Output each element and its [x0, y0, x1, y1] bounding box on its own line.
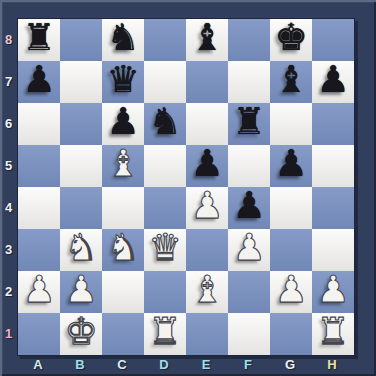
square-f5[interactable]: [228, 145, 270, 187]
file-label-d: D: [143, 355, 185, 373]
piece-white-knight: ♞: [64, 227, 97, 269]
square-a6[interactable]: [18, 103, 60, 145]
piece-black-pawn: ♟: [316, 59, 349, 101]
piece-white-rook: ♜: [316, 311, 349, 353]
square-c2[interactable]: [102, 271, 144, 313]
square-c4[interactable]: [102, 187, 144, 229]
piece-black-bishop: ♝: [274, 59, 307, 101]
piece-black-pawn: ♟: [190, 143, 223, 185]
file-label-f: F: [227, 355, 269, 373]
piece-white-pawn: ♟: [22, 269, 55, 311]
rank-label-8: 8: [0, 18, 17, 60]
square-c3[interactable]: ♞: [102, 229, 144, 271]
piece-black-pawn: ♟: [22, 59, 55, 101]
square-d7[interactable]: [144, 61, 186, 103]
piece-black-pawn: ♟: [106, 101, 139, 143]
square-d1[interactable]: ♜: [144, 313, 186, 355]
square-h4[interactable]: [312, 187, 354, 229]
piece-white-pawn: ♟: [232, 227, 265, 269]
square-g2[interactable]: ♟: [270, 271, 312, 313]
rank-label-7: 7: [0, 60, 17, 102]
square-c6[interactable]: ♟: [102, 103, 144, 145]
square-d4[interactable]: [144, 187, 186, 229]
square-d8[interactable]: [144, 19, 186, 61]
square-h1[interactable]: ♜: [312, 313, 354, 355]
file-labels: ABCDEFGH: [17, 355, 353, 376]
rank-label-3: 3: [0, 228, 17, 270]
square-g6[interactable]: [270, 103, 312, 145]
piece-white-king: ♚: [64, 311, 97, 353]
square-e4[interactable]: ♟: [186, 187, 228, 229]
square-e5[interactable]: ♟: [186, 145, 228, 187]
square-b4[interactable]: [60, 187, 102, 229]
piece-white-bishop: ♝: [106, 143, 139, 185]
square-h7[interactable]: ♟: [312, 61, 354, 103]
square-h6[interactable]: [312, 103, 354, 145]
square-f2[interactable]: [228, 271, 270, 313]
rank-label-4: 4: [0, 186, 17, 228]
square-e1[interactable]: [186, 313, 228, 355]
piece-white-bishop: ♝: [190, 269, 223, 311]
piece-black-bishop: ♝: [190, 17, 223, 59]
piece-black-knight: ♞: [106, 17, 139, 59]
square-e3[interactable]: [186, 229, 228, 271]
square-a1[interactable]: [18, 313, 60, 355]
piece-white-pawn: ♟: [316, 269, 349, 311]
square-d5[interactable]: [144, 145, 186, 187]
square-b7[interactable]: [60, 61, 102, 103]
file-label-g: G: [269, 355, 311, 373]
square-e7[interactable]: [186, 61, 228, 103]
square-g3[interactable]: [270, 229, 312, 271]
square-g1[interactable]: [270, 313, 312, 355]
piece-black-pawn: ♟: [274, 143, 307, 185]
chess-board: ♜♞♝♚♟♛♝♟♟♞♜♝♟♟♟♟♞♞♛♟♟♟♝♟♟♚♜♜: [17, 18, 355, 356]
file-label-h: H: [311, 355, 353, 373]
square-f7[interactable]: [228, 61, 270, 103]
square-f4[interactable]: ♟: [228, 187, 270, 229]
piece-white-pawn: ♟: [274, 269, 307, 311]
square-h2[interactable]: ♟: [312, 271, 354, 313]
square-f3[interactable]: ♟: [228, 229, 270, 271]
piece-black-king: ♚: [274, 17, 307, 59]
square-a3[interactable]: [18, 229, 60, 271]
square-b6[interactable]: [60, 103, 102, 145]
square-f6[interactable]: ♜: [228, 103, 270, 145]
square-c8[interactable]: ♞: [102, 19, 144, 61]
rank-label-5: 5: [0, 144, 17, 186]
square-h8[interactable]: [312, 19, 354, 61]
square-b2[interactable]: ♟: [60, 271, 102, 313]
square-e8[interactable]: ♝: [186, 19, 228, 61]
square-b1[interactable]: ♚: [60, 313, 102, 355]
piece-white-pawn: ♟: [64, 269, 97, 311]
piece-black-rook: ♜: [22, 17, 55, 59]
square-g7[interactable]: ♝: [270, 61, 312, 103]
square-d2[interactable]: [144, 271, 186, 313]
square-h3[interactable]: [312, 229, 354, 271]
square-f1[interactable]: [228, 313, 270, 355]
square-d6[interactable]: ♞: [144, 103, 186, 145]
piece-white-knight: ♞: [106, 227, 139, 269]
square-e6[interactable]: [186, 103, 228, 145]
piece-black-queen: ♛: [106, 59, 139, 101]
rank-label-2: 2: [0, 270, 17, 312]
square-c7[interactable]: ♛: [102, 61, 144, 103]
chessboard-frame: 87654321 ♜♞♝♚♟♛♝♟♟♞♜♝♟♟♟♟♞♞♛♟♟♟♝♟♟♚♜♜ AB…: [0, 0, 376, 376]
piece-white-rook: ♜: [148, 311, 181, 353]
square-c5[interactable]: ♝: [102, 145, 144, 187]
square-a7[interactable]: ♟: [18, 61, 60, 103]
square-h5[interactable]: [312, 145, 354, 187]
piece-black-knight: ♞: [148, 101, 181, 143]
square-b5[interactable]: [60, 145, 102, 187]
square-f8[interactable]: [228, 19, 270, 61]
rank-label-6: 6: [0, 102, 17, 144]
piece-black-rook: ♜: [232, 101, 265, 143]
file-label-b: B: [59, 355, 101, 373]
square-b8[interactable]: [60, 19, 102, 61]
square-e2[interactable]: ♝: [186, 271, 228, 313]
square-a2[interactable]: ♟: [18, 271, 60, 313]
piece-white-pawn: ♟: [190, 185, 223, 227]
square-a5[interactable]: [18, 145, 60, 187]
square-g8[interactable]: ♚: [270, 19, 312, 61]
file-label-e: E: [185, 355, 227, 373]
square-b3[interactable]: ♞: [60, 229, 102, 271]
file-label-a: A: [17, 355, 59, 373]
square-a4[interactable]: [18, 187, 60, 229]
piece-white-queen: ♛: [148, 227, 181, 269]
square-d3[interactable]: ♛: [144, 229, 186, 271]
square-g4[interactable]: [270, 187, 312, 229]
square-g5[interactable]: ♟: [270, 145, 312, 187]
file-label-c: C: [101, 355, 143, 373]
rank-labels: 87654321: [0, 18, 17, 354]
square-c1[interactable]: [102, 313, 144, 355]
piece-black-pawn: ♟: [232, 185, 265, 227]
square-a8[interactable]: ♜: [18, 19, 60, 61]
rank-label-1: 1: [0, 312, 17, 354]
